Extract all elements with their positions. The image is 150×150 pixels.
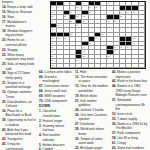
clue: 40. Both that if you balanced this book bbox=[2, 128, 36, 137]
clue: 38. Opportunity to hurl in a stadium bbox=[2, 118, 36, 127]
cell-number: 37 bbox=[95, 37, 97, 39]
clue: 29. World with inborn baton bbox=[75, 127, 109, 136]
clue-number: 70. bbox=[39, 99, 44, 103]
clue-number: 22. bbox=[2, 48, 7, 52]
cell-number: 52 bbox=[108, 55, 110, 57]
clue-number: 40. bbox=[112, 70, 117, 74]
cell-number: 39 bbox=[51, 42, 53, 44]
clue-number: 1. bbox=[39, 109, 42, 113]
cell-number: 6 bbox=[114, 2, 115, 4]
clue: 32. Bricklayer-payer bbox=[75, 146, 109, 150]
clue-number: 23. bbox=[2, 53, 7, 57]
cell-number: 10 bbox=[76, 6, 78, 8]
clue-number: 13. bbox=[75, 84, 80, 88]
clue-number: 35. bbox=[2, 100, 7, 104]
cell-number: 51 bbox=[83, 55, 85, 57]
cell-number: 32 bbox=[70, 33, 72, 35]
clue-number: 16. bbox=[2, 15, 7, 19]
cell-number: 15 bbox=[89, 11, 91, 13]
clue-number: 59. bbox=[112, 136, 117, 140]
cell-number: 18 bbox=[133, 11, 135, 13]
clue-number: 30. bbox=[75, 137, 80, 141]
cell-number: 31 bbox=[51, 28, 53, 30]
cell-number: 3 bbox=[83, 2, 84, 4]
clue-number: 21. bbox=[75, 99, 80, 103]
clue-column-down-middle: 11. Hole12. The most sensation in space1… bbox=[75, 70, 109, 150]
clue-number: 29. bbox=[75, 127, 80, 131]
cell-number: 48 bbox=[83, 50, 85, 52]
clue-number: 45. bbox=[2, 142, 7, 146]
cell-number: 9 bbox=[57, 6, 58, 8]
cell-number: 44 bbox=[114, 46, 116, 48]
clue: 40. Makes a positive impression bbox=[112, 70, 148, 79]
clue: 43. Youngsters bbox=[2, 137, 36, 142]
clue: 35. Data doubters, on Coltrane bbox=[2, 100, 36, 109]
cell-number: 41 bbox=[133, 42, 135, 44]
clue: 3. Grammy winner Jackson bbox=[39, 124, 72, 133]
cell-number: 40 bbox=[89, 42, 91, 44]
cell-number: 54 bbox=[76, 59, 78, 61]
clue: 68. Jerry's mall start bbox=[39, 89, 72, 94]
clue-number: 55. bbox=[112, 117, 117, 121]
clue: 53. Inner circle bbox=[112, 112, 148, 117]
clue: 57. Faith component bbox=[112, 131, 148, 136]
clue-number: 66. bbox=[39, 75, 44, 79]
clue-number: 5. bbox=[39, 143, 42, 147]
clue-number: 24. bbox=[75, 108, 80, 112]
cell-number: 17 bbox=[126, 11, 128, 13]
cell-number: 23 bbox=[120, 15, 122, 17]
cell-number: 47 bbox=[51, 50, 53, 52]
cell-number: 45 bbox=[120, 46, 122, 48]
clue-number: 20. bbox=[2, 38, 7, 42]
cell-number: 34 bbox=[51, 37, 53, 39]
clue: 5. Harbor beacons bbox=[39, 143, 72, 148]
clue: 51. Simulated contemporaneous Mr. Ed bbox=[112, 98, 148, 112]
crossword-page: { "game": "crossword", "position": "##..… bbox=[0, 0, 150, 150]
cell-number: 33 bbox=[101, 33, 103, 35]
cell-number: 7 bbox=[139, 2, 140, 4]
cell-number: 27 bbox=[108, 20, 110, 22]
clue: 13. Gear for the modern pentathlon bbox=[75, 84, 109, 93]
clue: 62. Some fuel numbers bbox=[112, 146, 148, 150]
clue: 2. Festival singer bbox=[39, 119, 72, 124]
clue: 14. Keeps a keep safe bbox=[2, 5, 36, 10]
cell-number: 50 bbox=[51, 55, 53, 57]
clue-number: 14. bbox=[2, 5, 7, 9]
cell-number: 43 bbox=[83, 46, 85, 48]
crossword-grid: 1234567891011121314151617181920212223242… bbox=[50, 1, 146, 69]
clue: 64. Cushion-attire fabric bbox=[39, 70, 72, 75]
clue: 11. Hole bbox=[75, 70, 109, 75]
clue-number: 51. bbox=[112, 98, 117, 102]
cell-number: 20 bbox=[64, 15, 66, 17]
clue-number: 3. bbox=[39, 124, 42, 128]
cell-number: 11 bbox=[89, 6, 91, 8]
clue-number: 56. bbox=[112, 122, 117, 126]
clue-column-across-end-down-start: 64. Cushion-attire fabric66. Scored a mo… bbox=[39, 70, 72, 150]
clue: 45. It may be controversial bbox=[2, 142, 36, 150]
cell-number: 49 bbox=[114, 50, 116, 52]
clue: 56. Name in a 1984 hit by The Beatles bbox=[112, 122, 148, 131]
cell-number: 25 bbox=[70, 20, 72, 22]
cell-number: 46 bbox=[126, 46, 128, 48]
clue: 4. Fast weather indicator bbox=[39, 133, 72, 142]
cell-number: 22 bbox=[83, 15, 85, 17]
clue-number: 12. bbox=[75, 75, 80, 79]
cell-number: 1 bbox=[64, 2, 65, 4]
cell-number: 42 bbox=[51, 46, 53, 48]
cell-number: 21 bbox=[76, 15, 78, 17]
cell-number: 55 bbox=[51, 64, 53, 66]
clue: 27. Destitution bbox=[75, 122, 109, 127]
clue-number: 26. bbox=[75, 113, 80, 117]
clue: 24. Jackson 5 hairdo bbox=[75, 108, 109, 113]
clue: 59. Like W or thing bbox=[112, 136, 148, 141]
clue: 17. Mandalorian's mantra bbox=[2, 20, 36, 29]
clue-column-across-left: keepers14. Keeps a keep safe15. Many an … bbox=[2, 0, 36, 150]
clue: 16. Slow bbox=[2, 15, 36, 20]
cell-number: 38 bbox=[133, 37, 135, 39]
cell-number: 24 bbox=[51, 20, 53, 22]
cell-number: 36 bbox=[64, 37, 66, 39]
clue-number: 53. bbox=[112, 112, 117, 116]
clue: 30. Temper of some warm work bbox=[75, 137, 109, 146]
clue: 70. ODE component bbox=[39, 99, 72, 104]
clue-number: 69. bbox=[39, 94, 44, 98]
cell-number: 16 bbox=[120, 11, 122, 13]
clue-number: 31. bbox=[2, 81, 7, 85]
clue: 55. T-down supply bbox=[112, 117, 148, 122]
clue-number: 18. bbox=[2, 29, 7, 33]
clue-number: 38. bbox=[2, 118, 7, 122]
clue-number: 32. bbox=[75, 146, 80, 150]
clue: 31. Suspect in a paneled exchange bbox=[2, 81, 36, 90]
clue-number: 67. bbox=[39, 84, 44, 88]
clue-number: 57. bbox=[112, 131, 117, 135]
white-cell[interactable] bbox=[139, 64, 145, 68]
cell-number: 35 bbox=[57, 37, 59, 39]
cell-number: 2 bbox=[70, 2, 71, 4]
clue: 26. One-time Countess speaker bbox=[75, 113, 109, 122]
clue-number: 15. bbox=[2, 10, 7, 14]
clue-number: 36. bbox=[2, 109, 7, 113]
clue: 25. Sofa, of many kinds sold bbox=[2, 62, 36, 71]
down-section-header: DOWN bbox=[39, 104, 72, 109]
clue-number: 40. bbox=[2, 128, 7, 132]
clue-number: 11. bbox=[75, 70, 80, 74]
clue-number: 28. bbox=[2, 71, 7, 75]
cell-number: 4 bbox=[101, 2, 102, 4]
clue-number: 2. bbox=[39, 119, 42, 123]
cell-number: 19 bbox=[51, 15, 53, 17]
cell-number: 30 bbox=[76, 24, 78, 26]
clue: 15. Many an Illinoisan bbox=[2, 10, 36, 15]
clue-number: 33. bbox=[2, 90, 7, 94]
clue-number: 64. bbox=[39, 70, 44, 74]
clue: 44. Names in a 1982-1985 funny Dexys Mid… bbox=[112, 84, 148, 98]
clue: 6. Comfort bbox=[39, 147, 72, 150]
clue: 67. Conclusion starter bbox=[39, 84, 72, 89]
cell-number: 53 bbox=[51, 59, 53, 61]
clue-column-down-right: 40. Makes a positive impression42. Flash… bbox=[112, 70, 148, 150]
cell-number: 5 bbox=[108, 2, 109, 4]
clue: 20. Home for an external athlete bbox=[2, 38, 36, 47]
clue: 12. The most sensation in space bbox=[75, 75, 109, 84]
clue-number: 61. bbox=[112, 141, 117, 145]
cell-number: 14 bbox=[70, 11, 72, 13]
clue: 22. Snappy bbox=[2, 48, 36, 53]
clue: 36. Place for a Blackhawk or Buck bbox=[2, 109, 36, 118]
clue: 21. Irish mother goddess bbox=[75, 99, 109, 108]
clue-number: 68. bbox=[39, 89, 44, 93]
clue: 28. Sign of 27-Down thinly spotty bbox=[2, 71, 36, 80]
cell-number: 12 bbox=[95, 6, 97, 8]
clue-number: 25. bbox=[2, 62, 7, 66]
clue-number: 27. bbox=[75, 122, 80, 126]
clue: 61. Crispy bbox=[112, 141, 148, 146]
clue-number: 62. bbox=[112, 146, 117, 150]
clue: keepers bbox=[2, 0, 36, 5]
cell-number: 26 bbox=[83, 20, 85, 22]
clue: 23. When many regulators may meet bbox=[2, 53, 36, 62]
clue: 66. Scored a mockingbird bbox=[39, 75, 72, 84]
clue-number: 6. bbox=[39, 147, 42, 150]
clue-number: 4. bbox=[39, 133, 42, 137]
clue: 42. Flash in the brain-box bbox=[112, 79, 148, 84]
clue-number: 43. bbox=[2, 137, 7, 141]
clue-number: 19. bbox=[75, 94, 80, 98]
clue-number: 44. bbox=[112, 84, 117, 88]
clue-number: 42. bbox=[112, 79, 117, 83]
clue: 18. Window shopper's big purchase bbox=[2, 29, 36, 38]
cell-number: 13 bbox=[51, 11, 53, 13]
clue: 33. Olympic swimmer Torres bbox=[2, 90, 36, 99]
clue: 19. British bloke bbox=[75, 94, 109, 99]
cell-number: 29 bbox=[57, 24, 59, 26]
cell-number: 8 bbox=[51, 6, 52, 8]
clue-number: 17. bbox=[2, 20, 7, 24]
clue: 69. WWII weapons bbox=[39, 94, 72, 99]
cell-number: 28 bbox=[114, 20, 116, 22]
clue: 1. Classified classification bbox=[39, 109, 72, 118]
